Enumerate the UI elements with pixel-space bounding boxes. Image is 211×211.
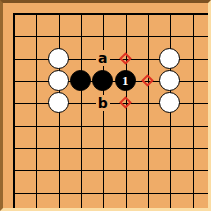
stone-black: 1 xyxy=(115,70,136,91)
goban: 1ab xyxy=(0,0,211,211)
grid-lines xyxy=(13,13,208,208)
point-label-b: b xyxy=(96,95,110,111)
stone-black xyxy=(70,70,91,91)
stone-white xyxy=(48,48,69,69)
stone-white xyxy=(159,48,180,69)
stone-white xyxy=(48,92,69,113)
point-label-a: a xyxy=(96,50,110,66)
stone-white xyxy=(48,70,69,91)
move-number: 1 xyxy=(122,74,129,87)
